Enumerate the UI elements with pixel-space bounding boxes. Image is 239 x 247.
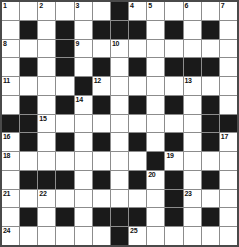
cell-r13c5[interactable] — [75, 227, 92, 245]
cell-r3c8[interactable] — [129, 40, 146, 58]
cell-r8c5[interactable] — [75, 133, 92, 151]
cell-r4c13[interactable] — [220, 58, 237, 76]
cell-r1c11[interactable]: 6 — [184, 2, 201, 20]
cell-r9c10[interactable]: 19 — [165, 152, 182, 170]
cell-r10c13[interactable] — [220, 171, 237, 189]
block-r8c12 — [202, 133, 219, 151]
cell-r9c2[interactable] — [20, 152, 37, 170]
cell-r11c5[interactable] — [75, 190, 92, 208]
cell-r5c12[interactable] — [202, 77, 219, 95]
cell-r1c1[interactable]: 1 — [2, 2, 19, 20]
cell-r13c12[interactable] — [202, 227, 219, 245]
clue-number-11: 11 — [3, 77, 10, 85]
cell-r1c13[interactable]: 7 — [220, 2, 237, 20]
cell-r10c1[interactable] — [2, 171, 19, 189]
cell-r12c3[interactable] — [38, 208, 55, 226]
cell-r11c6[interactable] — [93, 190, 110, 208]
cell-r1c5[interactable]: 3 — [75, 2, 92, 20]
clue-number-15: 15 — [39, 115, 46, 123]
cell-r5c6[interactable]: 12 — [93, 77, 110, 95]
cell-r11c9[interactable] — [147, 190, 164, 208]
clue-number-24: 24 — [3, 227, 10, 235]
block-r6c6 — [93, 96, 110, 114]
cell-r11c1[interactable]: 21 — [2, 190, 19, 208]
block-r2c8 — [129, 21, 146, 39]
clue-number-14: 14 — [76, 96, 83, 104]
cell-r8c1[interactable]: 16 — [2, 133, 19, 151]
cell-r11c11[interactable]: 23 — [184, 190, 201, 208]
cell-r13c4[interactable] — [56, 227, 73, 245]
block-r1c7 — [111, 2, 128, 20]
block-r8c4 — [56, 133, 73, 151]
cell-r13c10[interactable] — [165, 227, 182, 245]
cell-r10c5[interactable] — [75, 171, 92, 189]
cell-r2c3[interactable] — [38, 21, 55, 39]
cell-r11c3[interactable]: 22 — [38, 190, 55, 208]
block-r4c11 — [184, 58, 201, 76]
cell-r5c3[interactable] — [38, 77, 55, 95]
cell-r11c4[interactable] — [56, 190, 73, 208]
cell-r7c10[interactable] — [165, 115, 182, 133]
block-r9c9 — [147, 152, 164, 170]
clue-number-12: 12 — [94, 77, 101, 85]
cell-r7c9[interactable] — [147, 115, 164, 133]
cell-r13c1[interactable]: 24 — [2, 227, 19, 245]
cell-r4c1[interactable] — [2, 58, 19, 76]
clue-number-21: 21 — [3, 190, 10, 198]
cell-r1c4[interactable] — [56, 2, 73, 20]
block-r13c7 — [111, 227, 128, 245]
block-r4c12 — [202, 58, 219, 76]
block-r7c1 — [2, 115, 19, 133]
clue-number-6: 6 — [185, 2, 189, 10]
block-r7c13 — [220, 115, 237, 133]
cell-r13c13[interactable] — [220, 227, 237, 245]
cell-r12c1[interactable] — [2, 208, 19, 226]
clue-number-19: 19 — [166, 152, 173, 160]
cell-r9c3[interactable] — [38, 152, 55, 170]
clue-number-8: 8 — [3, 40, 7, 48]
cell-r2c11[interactable] — [184, 21, 201, 39]
clue-number-5: 5 — [148, 2, 152, 10]
block-r10c12 — [202, 171, 219, 189]
cell-r7c6[interactable] — [93, 115, 110, 133]
cell-r11c2[interactable] — [20, 190, 37, 208]
clue-number-3: 3 — [76, 2, 80, 10]
cell-r11c8[interactable] — [129, 190, 146, 208]
cell-r8c7[interactable] — [111, 133, 128, 151]
cell-r1c12[interactable] — [202, 2, 219, 20]
cell-r8c3[interactable] — [38, 133, 55, 151]
cell-r3c3[interactable] — [38, 40, 55, 58]
cell-r5c1[interactable]: 11 — [2, 77, 19, 95]
cell-r6c5[interactable]: 14 — [75, 96, 92, 114]
block-r10c3 — [38, 171, 55, 189]
block-r5c5 — [75, 77, 92, 95]
cell-r6c7[interactable] — [111, 96, 128, 114]
cell-r9c6[interactable] — [93, 152, 110, 170]
cell-r6c11[interactable] — [184, 96, 201, 114]
cell-r5c13[interactable] — [220, 77, 237, 95]
clue-number-4: 4 — [130, 2, 134, 10]
crossword-board: 1234567891011121314151617181920212223242… — [0, 0, 239, 247]
cell-r13c2[interactable] — [20, 227, 37, 245]
cell-r10c7[interactable] — [111, 171, 128, 189]
cell-r12c13[interactable] — [220, 208, 237, 226]
cell-r12c5[interactable] — [75, 208, 92, 226]
cell-r4c7[interactable] — [111, 58, 128, 76]
clue-number-9: 9 — [76, 40, 80, 48]
cell-r3c12[interactable] — [202, 40, 219, 58]
block-r6c4 — [56, 96, 73, 114]
cell-r3c2[interactable] — [20, 40, 37, 58]
cell-r6c9[interactable] — [147, 96, 164, 114]
cell-r7c11[interactable] — [184, 115, 201, 133]
cell-r7c5[interactable] — [75, 115, 92, 133]
cell-r5c7[interactable] — [111, 77, 128, 95]
cell-r1c6[interactable] — [93, 2, 110, 20]
block-r10c10 — [165, 171, 182, 189]
cell-r7c4[interactable] — [56, 115, 73, 133]
cell-r3c6[interactable] — [93, 40, 110, 58]
cell-r3c11[interactable] — [184, 40, 201, 58]
cell-r7c8[interactable] — [129, 115, 146, 133]
cell-r5c8[interactable] — [129, 77, 146, 95]
block-r2c6 — [93, 21, 110, 39]
cell-r1c9[interactable]: 5 — [147, 2, 164, 20]
cell-r13c6[interactable] — [93, 227, 110, 245]
cell-r8c11[interactable] — [184, 133, 201, 151]
block-r6c8 — [129, 96, 146, 114]
clue-number-17: 17 — [221, 133, 228, 141]
cell-r4c5[interactable] — [75, 58, 92, 76]
cell-r5c9[interactable] — [147, 77, 164, 95]
clue-number-2: 2 — [39, 2, 43, 10]
cell-r11c12[interactable] — [202, 190, 219, 208]
cell-r5c4[interactable] — [56, 77, 73, 95]
cell-r9c11[interactable] — [184, 152, 201, 170]
cell-r3c1[interactable]: 8 — [2, 40, 19, 58]
cell-r13c3[interactable] — [38, 227, 55, 245]
cell-r12c11[interactable] — [184, 208, 201, 226]
block-r8c10 — [165, 133, 182, 151]
cell-r2c13[interactable] — [220, 21, 237, 39]
block-r12c12 — [202, 208, 219, 226]
cell-r13c8[interactable]: 25 — [129, 227, 146, 245]
cell-r1c8[interactable]: 4 — [129, 2, 146, 20]
cell-r1c2[interactable] — [20, 2, 37, 20]
block-r8c2 — [20, 133, 37, 151]
block-r10c2 — [20, 171, 37, 189]
clue-number-20: 20 — [148, 171, 155, 179]
cell-r4c9[interactable] — [147, 58, 164, 76]
block-r4c10 — [165, 58, 182, 76]
block-r12c8 — [129, 208, 146, 226]
cell-r6c1[interactable] — [2, 96, 19, 114]
block-r12c6 — [93, 208, 110, 226]
clue-number-18: 18 — [3, 152, 10, 160]
cell-r5c11[interactable]: 13 — [184, 77, 201, 95]
cell-r3c13[interactable] — [220, 40, 237, 58]
clue-number-23: 23 — [185, 190, 192, 198]
cell-r1c10[interactable] — [165, 2, 182, 20]
block-r4c8 — [129, 58, 146, 76]
block-r12c10 — [165, 208, 182, 226]
cell-r5c2[interactable] — [20, 77, 37, 95]
block-r2c4 — [56, 21, 73, 39]
cell-r2c9[interactable] — [147, 21, 164, 39]
block-r6c10 — [165, 96, 182, 114]
cell-r9c13[interactable] — [220, 152, 237, 170]
cell-r9c12[interactable] — [202, 152, 219, 170]
clue-number-1: 1 — [3, 2, 7, 10]
block-r4c2 — [20, 58, 37, 76]
block-r12c4 — [56, 208, 73, 226]
clue-number-10: 10 — [112, 40, 119, 48]
cell-r7c3[interactable]: 15 — [38, 115, 55, 133]
block-r6c2 — [20, 96, 37, 114]
cell-r3c7[interactable]: 10 — [111, 40, 128, 58]
cell-r11c7[interactable] — [111, 190, 128, 208]
block-r10c8 — [129, 171, 146, 189]
cell-r2c5[interactable] — [75, 21, 92, 39]
cell-r3c9[interactable] — [147, 40, 164, 58]
cell-r9c1[interactable]: 18 — [2, 152, 19, 170]
block-r7c2 — [20, 115, 37, 133]
cell-r5c10[interactable] — [165, 77, 182, 95]
block-r11c10 — [165, 190, 182, 208]
cell-r10c9[interactable]: 20 — [147, 171, 164, 189]
cell-r13c9[interactable] — [147, 227, 164, 245]
cell-r3c10[interactable] — [165, 40, 182, 58]
clue-number-16: 16 — [3, 133, 10, 141]
block-r6c12 — [202, 96, 219, 114]
cell-r8c9[interactable] — [147, 133, 164, 151]
cell-r8c13[interactable]: 17 — [220, 133, 237, 151]
cell-r2c1[interactable] — [2, 21, 19, 39]
cell-r11c13[interactable] — [220, 190, 237, 208]
cell-r9c4[interactable] — [56, 152, 73, 170]
cell-r9c8[interactable] — [129, 152, 146, 170]
block-r2c7 — [111, 21, 128, 39]
block-r10c4 — [56, 171, 73, 189]
cell-r1c3[interactable]: 2 — [38, 2, 55, 20]
block-r2c10 — [165, 21, 182, 39]
block-r8c8 — [129, 133, 146, 151]
cell-r9c7[interactable] — [111, 152, 128, 170]
cell-r7c7[interactable] — [111, 115, 128, 133]
cell-r9c5[interactable] — [75, 152, 92, 170]
clue-number-22: 22 — [39, 190, 46, 198]
clue-number-25: 25 — [130, 227, 137, 235]
block-r2c12 — [202, 21, 219, 39]
block-r12c2 — [20, 208, 37, 226]
cell-r12c9[interactable] — [147, 208, 164, 226]
block-r8c6 — [93, 133, 110, 151]
cell-r13c11[interactable] — [184, 227, 201, 245]
cell-r6c13[interactable] — [220, 96, 237, 114]
block-r4c4 — [56, 58, 73, 76]
block-r12c7 — [111, 208, 128, 226]
cell-r10c11[interactable] — [184, 171, 201, 189]
block-r3c4 — [56, 40, 73, 58]
block-r2c2 — [20, 21, 37, 39]
clue-number-7: 7 — [221, 2, 225, 10]
block-r10c6 — [93, 171, 110, 189]
block-r4c6 — [93, 58, 110, 76]
block-r7c12 — [202, 115, 219, 133]
clue-number-13: 13 — [185, 77, 192, 85]
cell-r3c5[interactable]: 9 — [75, 40, 92, 58]
cell-r4c3[interactable] — [38, 58, 55, 76]
cell-r6c3[interactable] — [38, 96, 55, 114]
